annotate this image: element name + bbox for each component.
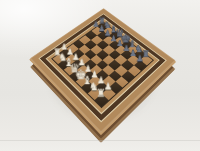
chess-set-photo: ♜♞♝♛♚♝♞♜♟♟♟♟♟♟♟♟♟♟♟♟♟♟♟♟♜♞♝♛♚♝♞♜ — [0, 0, 200, 151]
chess-board: ♜♞♝♛♚♝♞♜♟♟♟♟♟♟♟♟♟♟♟♟♟♟♟♟♜♞♝♛♚♝♞♜ — [30, 8, 176, 133]
